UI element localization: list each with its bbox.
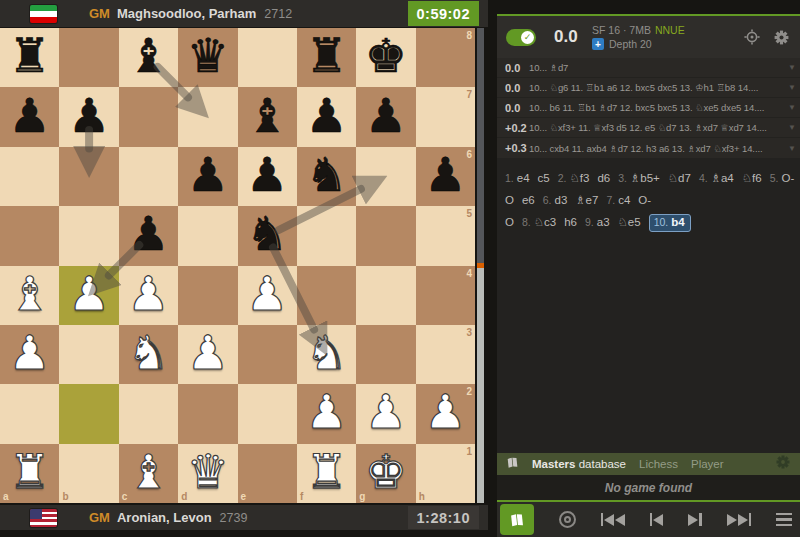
bottom-player-name[interactable]: Aronian, Levon: [117, 510, 212, 525]
analysis-app: GM Maghsoodloo, Parham 2712 0:59:02 ♜♝♛♜…: [0, 0, 800, 537]
coord-rank-8: 8: [466, 30, 472, 41]
square-a6[interactable]: [0, 147, 59, 206]
square-g2[interactable]: ♟: [356, 384, 415, 443]
practice-mode-icon[interactable]: [559, 511, 576, 528]
square-g8[interactable]: ♚: [356, 28, 415, 87]
square-c2[interactable]: [119, 384, 178, 443]
move-number: 3.: [618, 172, 627, 184]
black-rook-f8[interactable]: ♜: [305, 32, 347, 79]
black-pawn-h6[interactable]: ♟: [424, 151, 466, 198]
move-white[interactable]: a3: [597, 216, 610, 228]
coord-file-g: g: [359, 491, 365, 502]
move-number: 8.: [522, 216, 531, 228]
square-a7[interactable]: ♟: [0, 87, 59, 146]
line-moves: 10... b6 11. ♖b1 ♗d7 12. bxc5 bxc5 13. ♘…: [529, 102, 784, 113]
black-pawn-e6[interactable]: ♟: [246, 151, 288, 198]
practice-target-icon[interactable]: [744, 29, 760, 45]
square-h1[interactable]: 1h: [416, 444, 475, 503]
coord-rank-3: 3: [466, 327, 472, 338]
eval-gauge-white-half: [477, 266, 484, 504]
line-moves: 10... ♘xf3+ 11. ♕xf3 d5 12. e5 ♘d7 13. ♗…: [529, 122, 784, 133]
square-b5[interactable]: [59, 206, 118, 265]
eval-gauge-tick: [477, 263, 484, 268]
square-e5[interactable]: ♞: [238, 206, 297, 265]
white-queen-d1[interactable]: ♛: [187, 448, 229, 495]
black-king-g8[interactable]: ♚: [365, 32, 407, 79]
menu-hamburger-icon[interactable]: [776, 513, 792, 527]
move-white[interactable]: e4: [517, 172, 530, 184]
move-number: 4.: [699, 172, 708, 184]
move-white[interactable]: ♗b5+: [630, 172, 660, 184]
top-player-bar: GM Maghsoodloo, Parham 2712 0:59:02: [0, 0, 488, 27]
square-a3[interactable]: ♟: [0, 325, 59, 384]
square-a1[interactable]: ♜a: [0, 444, 59, 503]
coord-rank-1: 1: [466, 446, 472, 457]
square-f6[interactable]: ♞: [297, 147, 356, 206]
square-h5[interactable]: 5: [416, 206, 475, 265]
explorer-book-button[interactable]: [500, 504, 534, 535]
square-d1[interactable]: ♛d: [178, 444, 237, 503]
white-pawn-c4[interactable]: ♟: [127, 270, 169, 317]
square-e3[interactable]: [238, 325, 297, 384]
square-g1[interactable]: ♚g: [356, 444, 415, 503]
square-f4[interactable]: [297, 266, 356, 325]
black-pawn-b7[interactable]: ♟: [68, 92, 110, 139]
engine-line-3[interactable]: 0.010... b6 11. ♖b1 ♗d7 12. bxc5 bxc5 13…: [497, 98, 800, 118]
square-h8[interactable]: 8: [416, 28, 475, 87]
square-c8[interactable]: ♝: [119, 28, 178, 87]
current-move[interactable]: 10.b4: [649, 214, 691, 232]
move-number: 10.: [654, 216, 669, 228]
coord-rank-2: 2: [466, 386, 472, 397]
engine-toggle-check-icon: ✓: [521, 31, 534, 44]
move-number: 1.: [505, 172, 514, 184]
bottom-toolbar: [497, 502, 800, 537]
square-b1[interactable]: b: [59, 444, 118, 503]
tab-lichess[interactable]: Lichess: [639, 458, 678, 470]
white-pawn-h2[interactable]: ♟: [424, 388, 466, 435]
analysis-panel: ✓ 0.0 SF 16 · 7MB NNUE + Depth 20: [497, 0, 800, 537]
square-b7[interactable]: ♟: [59, 87, 118, 146]
move-black[interactable]: e6: [522, 194, 535, 206]
coord-file-e: e: [241, 491, 247, 502]
move-number: 9.: [585, 216, 594, 228]
black-pawn-c5[interactable]: ♟: [127, 210, 169, 257]
eval-gauge: [477, 28, 484, 503]
line-eval: 0.0: [497, 82, 529, 94]
move-black[interactable]: ♗e7: [575, 194, 598, 206]
top-player-rating: 2712: [264, 7, 292, 21]
coord-file-d: d: [181, 491, 187, 502]
square-c3[interactable]: ♞: [119, 325, 178, 384]
move-black[interactable]: h6: [564, 216, 577, 228]
white-pawn-b4[interactable]: ♟: [68, 270, 110, 317]
book-icon: [506, 455, 519, 473]
white-knight-c3[interactable]: ♞: [127, 329, 169, 376]
bottom-player-clock: 1:28:10: [408, 506, 479, 529]
iran-flag-icon: [30, 5, 57, 23]
move-black[interactable]: ♘f6: [742, 172, 762, 184]
black-pawn-f7[interactable]: ♟: [305, 92, 347, 139]
jump-to-end-button[interactable]: [727, 513, 752, 526]
square-g6[interactable]: [356, 147, 415, 206]
square-d5[interactable]: [178, 206, 237, 265]
engine-name: SF 16 · 7MB: [592, 24, 651, 37]
bottom-player-rating: 2739: [220, 511, 248, 525]
jump-to-start-button[interactable]: [601, 513, 626, 526]
square-b4[interactable]: ♟: [59, 266, 118, 325]
engine-settings-gear-icon[interactable]: [773, 29, 790, 46]
engine-depth: Depth 20: [609, 38, 652, 51]
engine-line-5[interactable]: +0.310... cxb4 11. axb4 ♗d7 12. h3 a6 13…: [497, 138, 800, 158]
bottom-player-title: GM: [89, 510, 110, 525]
square-f5[interactable]: [297, 206, 356, 265]
engine-line-4[interactable]: +0.210... ♘xf3+ 11. ♕xf3 d5 12. e5 ♘d7 1…: [497, 118, 800, 138]
top-player-title: GM: [89, 6, 110, 21]
move-number: 7.: [606, 194, 615, 206]
square-b2[interactable]: [59, 384, 118, 443]
square-b8[interactable]: [59, 28, 118, 87]
line-eval: 0.0: [497, 62, 529, 74]
square-h3[interactable]: 3: [416, 325, 475, 384]
move-number: 6.: [543, 194, 552, 206]
engine-line-2[interactable]: 0.010... ♘g6 11. ♖b1 a6 12. bxc5 dxc5 13…: [497, 78, 800, 98]
square-f2[interactable]: ♟: [297, 384, 356, 443]
white-pawn-d3[interactable]: ♟: [187, 329, 229, 376]
square-d8[interactable]: ♛: [178, 28, 237, 87]
square-f7[interactable]: ♟: [297, 87, 356, 146]
move-black[interactable]: ♘d7: [668, 172, 691, 184]
engine-nnue-badge: NNUE: [655, 24, 685, 37]
coord-file-h: h: [419, 491, 425, 502]
expand-line-icon[interactable]: ▼: [784, 63, 800, 72]
square-e4[interactable]: ♟: [238, 266, 297, 325]
black-knight-e5[interactable]: ♞: [246, 210, 288, 257]
white-bishop-c1[interactable]: ♝: [127, 448, 169, 495]
move-number: 2.: [558, 172, 567, 184]
square-f3[interactable]: ♞: [297, 325, 356, 384]
tab-player[interactable]: Player: [691, 458, 724, 470]
line-eval: +0.3: [497, 142, 529, 154]
square-e8[interactable]: [238, 28, 297, 87]
move-white[interactable]: ♘f3: [569, 172, 589, 184]
move-black[interactable]: c5: [538, 172, 550, 184]
square-c4[interactable]: ♟: [119, 266, 178, 325]
coord-rank-7: 7: [466, 89, 472, 100]
black-pawn-a7[interactable]: ♟: [9, 92, 51, 139]
square-d3[interactable]: ♟: [178, 325, 237, 384]
square-c7[interactable]: [119, 87, 178, 146]
square-d7[interactable]: [178, 87, 237, 146]
coord-file-c: c: [122, 491, 128, 502]
top-player-name[interactable]: Maghsoodloo, Parham: [117, 6, 256, 21]
tab-masters-database[interactable]: Masters database: [532, 458, 626, 470]
black-bishop-e7[interactable]: ♝: [246, 92, 288, 139]
square-a5[interactable]: [0, 206, 59, 265]
expand-line-icon[interactable]: ▼: [784, 144, 800, 153]
square-c6[interactable]: [119, 147, 178, 206]
square-g4[interactable]: [356, 266, 415, 325]
square-d2[interactable]: [178, 384, 237, 443]
square-g5[interactable]: [356, 206, 415, 265]
line-eval: 0.0: [497, 102, 529, 114]
next-move-button[interactable]: [688, 513, 702, 526]
move-white[interactable]: ♘c3: [534, 216, 556, 228]
square-h6[interactable]: ♟6: [416, 147, 475, 206]
white-bishop-a4[interactable]: ♝: [9, 270, 51, 317]
go-deeper-plus-icon[interactable]: +: [592, 38, 604, 50]
white-knight-f3[interactable]: ♞: [305, 329, 347, 376]
move-white[interactable]: d3: [555, 194, 568, 206]
coord-rank-5: 5: [466, 208, 472, 219]
black-queen-d8[interactable]: ♛: [187, 32, 229, 79]
coord-file-a: a: [3, 491, 9, 502]
square-a8[interactable]: ♜: [0, 28, 59, 87]
move-white[interactable]: c4: [618, 194, 630, 206]
coord-rank-6: 6: [466, 149, 472, 160]
square-c1[interactable]: ♝c: [119, 444, 178, 503]
square-d4[interactable]: [178, 266, 237, 325]
square-h2[interactable]: ♟2: [416, 384, 475, 443]
square-g7[interactable]: ♟: [356, 87, 415, 146]
engine-header: ✓ 0.0 SF 16 · 7MB NNUE + Depth 20: [497, 16, 800, 58]
line-moves: 10... ♗d7: [529, 62, 784, 73]
square-e7[interactable]: ♝: [238, 87, 297, 146]
white-pawn-e4[interactable]: ♟: [246, 270, 288, 317]
move-number: 5.: [770, 172, 779, 184]
move-black[interactable]: d6: [597, 172, 610, 184]
coord-rank-4: 4: [466, 268, 472, 279]
black-pawn-d6[interactable]: ♟: [187, 151, 229, 198]
square-f8[interactable]: ♜: [297, 28, 356, 87]
square-e6[interactable]: ♟: [238, 147, 297, 206]
move-black[interactable]: ♘e5: [618, 216, 641, 228]
white-king-g1[interactable]: ♚: [365, 448, 407, 495]
white-rook-f1[interactable]: ♜: [305, 448, 347, 495]
square-d6[interactable]: ♟: [178, 147, 237, 206]
white-pawn-f2[interactable]: ♟: [305, 388, 347, 435]
square-a2[interactable]: [0, 384, 59, 443]
line-moves: 10... ♘g6 11. ♖b1 a6 12. bxc5 dxc5 13. ♔…: [529, 82, 784, 93]
engine-eval: 0.0: [554, 27, 592, 47]
white-rook-a1[interactable]: ♜: [9, 448, 51, 495]
engine-line-1[interactable]: 0.010... ♗d7▼: [497, 58, 800, 78]
black-pawn-g7[interactable]: ♟: [365, 92, 407, 139]
black-bishop-c8[interactable]: ♝: [127, 32, 169, 79]
top-player-clock: 0:59:02: [408, 1, 479, 26]
chess-board[interactable]: ♜♝♛♜♚8♟♟♝♟♟7♟♟♞♟6♟♞5♝♟♟♟4♟♞♟♞3♟♟♟2♜ab♝c♛…: [0, 28, 475, 503]
coord-file-b: b: [62, 491, 68, 502]
usa-flag-icon: [30, 509, 57, 527]
square-e2[interactable]: [238, 384, 297, 443]
white-pawn-a3[interactable]: ♟: [9, 329, 51, 376]
move-list: 1.e4c52.♘f3d63.♗b5+♘d74.♗a4♘f65.O-Oe66.d…: [497, 158, 800, 453]
square-b6[interactable]: [59, 147, 118, 206]
expand-line-icon[interactable]: ▼: [784, 103, 800, 112]
line-eval: +0.2: [497, 122, 529, 134]
engine-lines: 0.010... ♗d7▼0.010... ♘g6 11. ♖b1 a6 12.…: [497, 58, 800, 158]
expand-line-icon[interactable]: ▼: [784, 83, 800, 92]
explorer-settings-gear-icon[interactable]: [775, 454, 791, 474]
square-b3[interactable]: [59, 325, 118, 384]
black-knight-f6[interactable]: ♞: [305, 151, 347, 198]
previous-move-button[interactable]: [650, 513, 664, 526]
expand-line-icon[interactable]: ▼: [784, 123, 800, 132]
board-area: ♜♝♛♜♚8♟♟♝♟♟7♟♟♞♟6♟♞5♝♟♟♟4♟♞♟♞3♟♟♟2♜ab♝c♛…: [0, 28, 475, 503]
eval-gauge-black-half: [477, 28, 484, 266]
bottom-player-bar: GM Aronian, Levon 2739 1:28:10: [0, 505, 488, 530]
move-white[interactable]: ♗a4: [711, 172, 734, 184]
opening-explorer-tabs: Masters database Lichess Player: [497, 453, 800, 475]
square-h7[interactable]: 7: [416, 87, 475, 146]
explorer-empty-message: No game found: [497, 475, 800, 500]
square-g3[interactable]: [356, 325, 415, 384]
white-pawn-g2[interactable]: ♟: [365, 388, 407, 435]
square-h4[interactable]: 4: [416, 266, 475, 325]
square-c5[interactable]: ♟: [119, 206, 178, 265]
square-e1[interactable]: e: [238, 444, 297, 503]
square-a4[interactable]: ♝: [0, 266, 59, 325]
move-white[interactable]: b4: [671, 216, 684, 228]
black-rook-a8[interactable]: ♜: [9, 32, 51, 79]
engine-toggle[interactable]: ✓: [506, 29, 536, 46]
square-f1[interactable]: ♜f: [297, 444, 356, 503]
line-moves: 10... cxb4 11. axb4 ♗d7 12. h3 a6 13. ♗x…: [529, 143, 784, 154]
coord-file-f: f: [300, 491, 303, 502]
